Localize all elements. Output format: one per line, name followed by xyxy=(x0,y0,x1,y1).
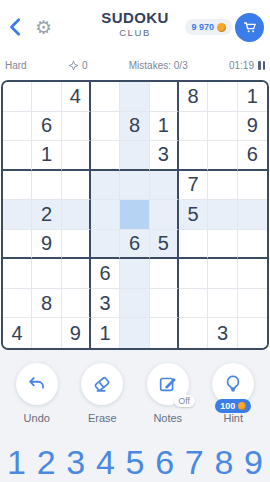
hint-cost-value: 100 xyxy=(220,401,235,411)
cell-r3c9[interactable]: 6 xyxy=(238,141,267,171)
difficulty-label: Hard xyxy=(5,60,27,71)
hint-bulb-icon xyxy=(222,373,244,395)
score-value: 0 xyxy=(82,60,88,71)
numpad-key-6[interactable]: 6 xyxy=(155,445,174,481)
cell-r6c7[interactable] xyxy=(179,230,208,260)
cell-r7c9[interactable] xyxy=(238,259,267,289)
cell-r2c8[interactable] xyxy=(208,112,237,142)
notes-pencil-icon xyxy=(157,373,179,395)
cell-r5c5[interactable] xyxy=(120,200,149,230)
cell-r4c3[interactable] xyxy=(62,171,91,201)
cell-r2c2[interactable]: 6 xyxy=(32,112,61,142)
toolbar: Undo Erase xyxy=(0,350,270,424)
cell-r7c7[interactable] xyxy=(179,259,208,289)
cell-r7c8[interactable] xyxy=(208,259,237,289)
undo-icon xyxy=(26,373,48,395)
cell-r4c9[interactable] xyxy=(238,171,267,201)
cell-r5c4[interactable] xyxy=(91,200,120,230)
cell-r7c6[interactable] xyxy=(150,259,179,289)
cell-r7c1[interactable] xyxy=(3,259,32,289)
app-title: SUDOKU CLUB xyxy=(101,9,168,38)
cell-r7c3[interactable] xyxy=(62,259,91,289)
cell-r8c8[interactable] xyxy=(208,289,237,319)
cell-r3c4[interactable] xyxy=(91,141,120,171)
cell-r8c4[interactable]: 3 xyxy=(91,289,120,319)
cell-r1c6[interactable] xyxy=(150,82,179,112)
erase-button[interactable]: Erase xyxy=(73,363,131,424)
sudoku-board[interactable]: 48168191367259656834913 xyxy=(1,80,269,350)
header-right: 9 970 xyxy=(185,13,264,42)
cell-r2c7[interactable] xyxy=(179,112,208,142)
back-button[interactable] xyxy=(6,15,26,39)
hint-coin-icon xyxy=(238,402,246,410)
back-chevron-icon xyxy=(7,16,25,38)
header: ⚙︎ SUDOKU CLUB 9 970 xyxy=(0,0,270,50)
erase-circle xyxy=(81,363,123,405)
page-title: SUDOKU xyxy=(101,9,168,26)
cell-r9c3[interactable]: 9 xyxy=(62,318,91,348)
score-star-icon xyxy=(68,60,79,71)
cell-r3c8[interactable] xyxy=(208,141,237,171)
cell-r8c6[interactable] xyxy=(150,289,179,319)
cell-r1c5[interactable] xyxy=(120,82,149,112)
hint-label: Hint xyxy=(223,412,243,424)
cell-r6c2[interactable]: 9 xyxy=(32,230,61,260)
coin-icon xyxy=(217,23,226,32)
numpad-key-2[interactable]: 2 xyxy=(37,445,56,481)
undo-circle xyxy=(16,363,58,405)
cell-r9c5[interactable] xyxy=(120,318,149,348)
cell-r6c1[interactable] xyxy=(3,230,32,260)
cell-r9c2[interactable] xyxy=(32,318,61,348)
cell-r4c1[interactable] xyxy=(3,171,32,201)
cart-icon xyxy=(242,19,258,35)
cell-r8c5[interactable] xyxy=(120,289,149,319)
undo-button[interactable]: Undo xyxy=(8,363,66,424)
cell-r5c3[interactable] xyxy=(62,200,91,230)
cell-r8c7[interactable] xyxy=(179,289,208,319)
cell-r1c9[interactable]: 1 xyxy=(238,82,267,112)
cell-r7c5[interactable] xyxy=(120,259,149,289)
cell-r8c9[interactable] xyxy=(238,289,267,319)
notes-label: Notes xyxy=(153,412,182,424)
shop-button[interactable] xyxy=(235,13,264,42)
cell-r2c1[interactable] xyxy=(3,112,32,142)
notes-toggle-badge[interactable]: Off xyxy=(174,395,195,407)
cell-r7c2[interactable] xyxy=(32,259,61,289)
status-bar: Hard 0 Mistakes: 0/3 01:19 xyxy=(0,50,270,80)
cell-r4c7[interactable]: 7 xyxy=(179,171,208,201)
cell-r2c9[interactable]: 9 xyxy=(238,112,267,142)
cell-r6c6[interactable]: 5 xyxy=(150,230,179,260)
timer-group: 01:19 xyxy=(229,60,265,71)
notes-circle: Off xyxy=(147,363,189,405)
bottom-panel: Undo Erase xyxy=(0,350,270,482)
cell-r2c3[interactable] xyxy=(62,112,91,142)
score-group: 0 xyxy=(68,60,88,71)
mistakes-counter: Mistakes: 0/3 xyxy=(129,60,188,71)
cell-r3c6[interactable]: 3 xyxy=(150,141,179,171)
cell-r3c2[interactable]: 1 xyxy=(32,141,61,171)
cell-r1c3[interactable]: 4 xyxy=(62,82,91,112)
cell-r1c4[interactable] xyxy=(91,82,120,112)
coins-balance: 9 970 xyxy=(185,19,232,35)
cell-r4c4[interactable] xyxy=(91,171,120,201)
cell-r6c3[interactable] xyxy=(62,230,91,260)
numpad-key-3[interactable]: 3 xyxy=(66,445,85,481)
cell-r5c9[interactable] xyxy=(238,200,267,230)
coins-value: 9 970 xyxy=(191,22,214,32)
cell-r5c8[interactable] xyxy=(208,200,237,230)
cell-r6c5[interactable]: 6 xyxy=(120,230,149,260)
numpad-key-7[interactable]: 7 xyxy=(185,445,204,481)
cell-r8c1[interactable] xyxy=(3,289,32,319)
cell-r9c8[interactable]: 3 xyxy=(208,318,237,348)
numpad-key-5[interactable]: 5 xyxy=(126,445,145,481)
cell-r4c5[interactable] xyxy=(120,171,149,201)
cell-r3c3[interactable] xyxy=(62,141,91,171)
undo-label: Undo xyxy=(24,412,50,424)
hint-circle: 100 xyxy=(212,363,254,405)
cell-r3c5[interactable] xyxy=(120,141,149,171)
cell-r6c8[interactable] xyxy=(208,230,237,260)
numpad-key-1[interactable]: 1 xyxy=(7,445,26,481)
settings-gear-icon[interactable]: ⚙︎ xyxy=(35,18,52,37)
cell-r3c1[interactable] xyxy=(3,141,32,171)
erase-label: Erase xyxy=(88,412,117,424)
eraser-icon xyxy=(91,373,113,395)
cell-r1c7[interactable]: 8 xyxy=(179,82,208,112)
pause-button[interactable] xyxy=(258,61,265,70)
cell-r5c7[interactable]: 5 xyxy=(179,200,208,230)
cell-r2c5[interactable]: 8 xyxy=(120,112,149,142)
cell-r8c2[interactable]: 8 xyxy=(32,289,61,319)
cell-r1c8[interactable] xyxy=(208,82,237,112)
cell-r4c6[interactable] xyxy=(150,171,179,201)
cell-r3c7[interactable] xyxy=(179,141,208,171)
cell-r9c1[interactable]: 4 xyxy=(3,318,32,348)
numpad-key-4[interactable]: 4 xyxy=(96,445,115,481)
cell-r4c8[interactable] xyxy=(208,171,237,201)
hint-cost-badge: 100 xyxy=(215,399,251,413)
cell-r1c2[interactable] xyxy=(32,82,61,112)
notes-button[interactable]: Off Notes xyxy=(139,363,197,424)
cell-r9c4[interactable]: 1 xyxy=(91,318,120,348)
timer-value: 01:19 xyxy=(229,60,254,71)
cell-r2c6[interactable]: 1 xyxy=(150,112,179,142)
cell-r7c4[interactable]: 6 xyxy=(91,259,120,289)
cell-r8c3[interactable] xyxy=(62,289,91,319)
cell-r5c1[interactable] xyxy=(3,200,32,230)
cell-r9c6[interactable] xyxy=(150,318,179,348)
numpad: 123456789 xyxy=(0,445,270,482)
cell-r9c9[interactable] xyxy=(238,318,267,348)
page-subtitle: CLUB xyxy=(101,27,168,38)
cell-r6c9[interactable] xyxy=(238,230,267,260)
numpad-key-8[interactable]: 8 xyxy=(214,445,233,481)
cell-r5c6[interactable] xyxy=(150,200,179,230)
cell-r9c7[interactable] xyxy=(179,318,208,348)
cell-r4c2[interactable] xyxy=(32,171,61,201)
cell-r6c4[interactable] xyxy=(91,230,120,260)
cell-r5c2[interactable]: 2 xyxy=(32,200,61,230)
hint-button[interactable]: 100 Hint xyxy=(204,363,262,424)
sudoku-app: ⚙︎ SUDOKU CLUB 9 970 Hard xyxy=(0,0,270,482)
header-left: ⚙︎ xyxy=(6,15,52,39)
numpad-key-9[interactable]: 9 xyxy=(244,445,263,481)
cell-r1c1[interactable] xyxy=(3,82,32,112)
cell-r2c4[interactable] xyxy=(91,112,120,142)
